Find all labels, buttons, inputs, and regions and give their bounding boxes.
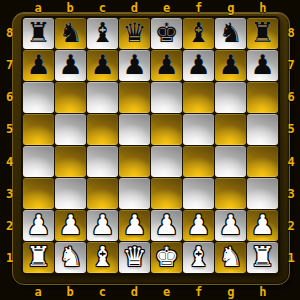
black-pawn-icon: ♟ [90, 49, 114, 80]
square-g3[interactable] [215, 178, 246, 209]
white-pawn-icon: ♟ [122, 209, 146, 240]
square-c3[interactable] [87, 178, 118, 209]
white-pawn-icon: ♟ [154, 209, 178, 240]
white-pawn-icon: ♟ [250, 209, 274, 240]
square-d7[interactable]: ♟ [119, 50, 150, 81]
black-rook-icon: ♜ [26, 17, 50, 48]
black-king-icon: ♚ [154, 17, 178, 48]
square-b7[interactable]: ♟ [55, 50, 86, 81]
white-knight-icon: ♞ [218, 241, 242, 272]
square-a7[interactable]: ♟ [23, 50, 54, 81]
square-f7[interactable]: ♟ [183, 50, 214, 81]
rank-label-4: 4 [283, 146, 299, 178]
square-d5[interactable] [119, 114, 150, 145]
file-label-h: h [247, 284, 279, 299]
white-pawn-icon: ♟ [186, 209, 210, 240]
square-h1[interactable]: ♜ [247, 242, 278, 273]
square-f8[interactable]: ♝ [183, 18, 214, 49]
square-f1[interactable]: ♝ [183, 242, 214, 273]
file-label-b: b [54, 0, 86, 15]
file-label-f: f [183, 0, 215, 15]
file-label-a: a [22, 284, 54, 299]
rank-label-6: 6 [1, 81, 18, 113]
square-b8[interactable]: ♞ [55, 18, 86, 49]
rank-label-1: 1 [1, 242, 18, 274]
file-label-f: f [183, 284, 215, 299]
rank-label-6: 6 [283, 81, 299, 113]
square-h2[interactable]: ♟ [247, 210, 278, 241]
square-g6[interactable] [215, 82, 246, 113]
file-label-c: c [86, 284, 118, 299]
square-e6[interactable] [151, 82, 182, 113]
square-h6[interactable] [247, 82, 278, 113]
square-d4[interactable] [119, 146, 150, 177]
square-a6[interactable] [23, 82, 54, 113]
file-label-d: d [118, 0, 150, 15]
file-labels-top: abcdefgh [22, 0, 279, 15]
rank-label-5: 5 [283, 113, 299, 145]
square-c7[interactable]: ♟ [87, 50, 118, 81]
black-pawn-icon: ♟ [58, 49, 82, 80]
rank-label-1: 1 [283, 242, 299, 274]
square-e8[interactable]: ♚ [151, 18, 182, 49]
file-labels-bottom: abcdefgh [22, 284, 279, 299]
file-label-e: e [151, 0, 183, 15]
square-e7[interactable]: ♟ [151, 50, 182, 81]
white-knight-icon: ♞ [58, 241, 82, 272]
square-d8[interactable]: ♛ [119, 18, 150, 49]
rank-label-7: 7 [283, 49, 299, 81]
file-label-c: c [86, 0, 118, 15]
black-rook-icon: ♜ [250, 17, 274, 48]
square-b6[interactable] [55, 82, 86, 113]
square-g1[interactable]: ♞ [215, 242, 246, 273]
square-d3[interactable] [119, 178, 150, 209]
square-h7[interactable]: ♟ [247, 50, 278, 81]
black-pawn-icon: ♟ [154, 49, 178, 80]
square-e3[interactable] [151, 178, 182, 209]
black-pawn-icon: ♟ [26, 49, 50, 80]
white-pawn-icon: ♟ [90, 209, 114, 240]
white-bishop-icon: ♝ [90, 241, 114, 272]
white-queen-icon: ♛ [122, 241, 146, 272]
square-h3[interactable] [247, 178, 278, 209]
square-g2[interactable]: ♟ [215, 210, 246, 241]
square-e2[interactable]: ♟ [151, 210, 182, 241]
square-a4[interactable] [23, 146, 54, 177]
rank-label-8: 8 [1, 17, 18, 49]
rank-label-3: 3 [283, 178, 299, 210]
rank-label-3: 3 [1, 178, 18, 210]
file-label-g: g [215, 284, 247, 299]
white-bishop-icon: ♝ [186, 241, 210, 272]
square-a3[interactable] [23, 178, 54, 209]
square-a2[interactable]: ♟ [23, 210, 54, 241]
white-pawn-icon: ♟ [58, 209, 82, 240]
file-label-a: a [22, 0, 54, 15]
rank-label-7: 7 [1, 49, 18, 81]
square-c1[interactable]: ♝ [87, 242, 118, 273]
rank-labels-right: 87654321 [283, 17, 299, 274]
rank-label-4: 4 [1, 146, 18, 178]
file-label-e: e [151, 284, 183, 299]
black-bishop-icon: ♝ [186, 17, 210, 48]
square-a5[interactable] [23, 114, 54, 145]
square-f6[interactable] [183, 82, 214, 113]
black-pawn-icon: ♟ [122, 49, 146, 80]
square-c5[interactable] [87, 114, 118, 145]
square-b4[interactable] [55, 146, 86, 177]
black-knight-icon: ♞ [218, 17, 242, 48]
white-king-icon: ♚ [154, 241, 178, 272]
square-c4[interactable] [87, 146, 118, 177]
square-a1[interactable]: ♜ [23, 242, 54, 273]
square-d2[interactable]: ♟ [119, 210, 150, 241]
chess-board: ♜♞♝♛♚♝♞♜♟♟♟♟♟♟♟♟♟♟♟♟♟♟♟♟♜♞♝♛♚♝♞♜ [22, 17, 279, 274]
square-a8[interactable]: ♜ [23, 18, 54, 49]
square-g4[interactable] [215, 146, 246, 177]
black-queen-icon: ♛ [122, 17, 146, 48]
square-d1[interactable]: ♛ [119, 242, 150, 273]
rank-labels-left: 87654321 [1, 17, 18, 274]
white-rook-icon: ♜ [26, 241, 50, 272]
square-f4[interactable] [183, 146, 214, 177]
rank-label-2: 2 [1, 210, 18, 242]
square-b2[interactable]: ♟ [55, 210, 86, 241]
black-pawn-icon: ♟ [218, 49, 242, 80]
square-b1[interactable]: ♞ [55, 242, 86, 273]
square-f2[interactable]: ♟ [183, 210, 214, 241]
square-e5[interactable] [151, 114, 182, 145]
black-bishop-icon: ♝ [90, 17, 114, 48]
square-e1[interactable]: ♚ [151, 242, 182, 273]
black-pawn-icon: ♟ [186, 49, 210, 80]
rank-label-2: 2 [283, 210, 299, 242]
square-h5[interactable] [247, 114, 278, 145]
square-g7[interactable]: ♟ [215, 50, 246, 81]
square-d6[interactable] [119, 82, 150, 113]
white-rook-icon: ♜ [250, 241, 274, 272]
black-knight-icon: ♞ [58, 17, 82, 48]
square-c6[interactable] [87, 82, 118, 113]
chess-app: abcdefgh abcdefgh 87654321 87654321 ♜♞♝♛… [0, 0, 300, 300]
white-pawn-icon: ♟ [218, 209, 242, 240]
square-f5[interactable] [183, 114, 214, 145]
file-label-h: h [247, 0, 279, 15]
square-e4[interactable] [151, 146, 182, 177]
white-pawn-icon: ♟ [26, 209, 50, 240]
square-b5[interactable] [55, 114, 86, 145]
file-label-b: b [54, 284, 86, 299]
rank-label-8: 8 [283, 17, 299, 49]
square-g8[interactable]: ♞ [215, 18, 246, 49]
rank-label-5: 5 [1, 113, 18, 145]
square-h4[interactable] [247, 146, 278, 177]
square-g5[interactable] [215, 114, 246, 145]
square-f3[interactable] [183, 178, 214, 209]
square-b3[interactable] [55, 178, 86, 209]
black-pawn-icon: ♟ [250, 49, 274, 80]
square-c2[interactable]: ♟ [87, 210, 118, 241]
file-label-g: g [215, 0, 247, 15]
file-label-d: d [118, 284, 150, 299]
square-c8[interactable]: ♝ [87, 18, 118, 49]
square-h8[interactable]: ♜ [247, 18, 278, 49]
